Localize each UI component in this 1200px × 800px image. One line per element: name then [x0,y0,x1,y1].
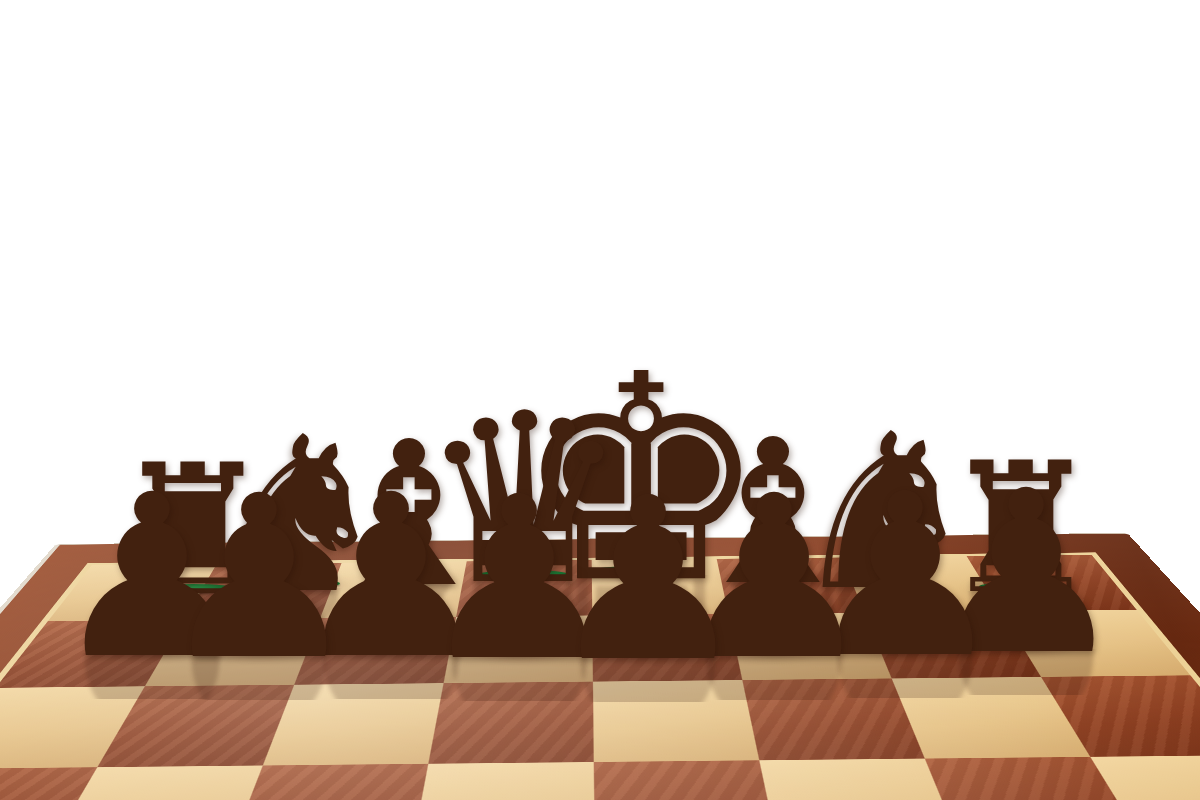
product-photo-scene: ♜♜♞♞♝♝♛♛♚♚♝♝♞♞♜♜♟♟♟♟♟♟♟♟♟♟♟♟♟♟♟♟ [0,0,1200,800]
pawn-glyph: ♟ [547,468,749,693]
pawn-glyph: ♟ [158,466,360,691]
pieces-layer: ♜♜♞♞♝♝♛♛♚♚♝♝♞♞♜♜♟♟♟♟♟♟♟♟♟♟♟♟♟♟♟♟ [0,0,1200,800]
